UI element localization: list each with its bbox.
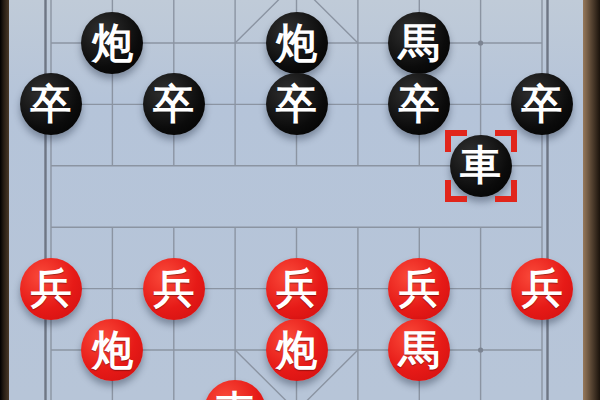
piece-red-soldier[interactable]: 兵 <box>511 258 573 320</box>
piece-black-soldier[interactable]: 卒 <box>20 73 82 135</box>
piece-black-soldier[interactable]: 卒 <box>388 73 450 135</box>
piece-black-cannon[interactable]: 炮 <box>81 12 143 74</box>
piece-black-cannon[interactable]: 炮 <box>266 12 328 74</box>
selection-corner-tr <box>495 130 517 152</box>
xiangqi-app-window: 炮炮馬卒卒卒卒卒車兵兵兵兵兵炮炮馬車 <box>0 0 600 400</box>
piece-red-soldier[interactable]: 兵 <box>143 258 205 320</box>
piece-red-soldier[interactable]: 兵 <box>388 258 450 320</box>
selection-corner-tl <box>445 130 467 152</box>
piece-red-soldier[interactable]: 兵 <box>266 258 328 320</box>
selection-marker <box>445 130 517 202</box>
piece-red-chariot[interactable]: 車 <box>204 380 266 400</box>
piece-red-cannon[interactable]: 炮 <box>81 319 143 381</box>
piece-black-chariot[interactable]: 車 <box>450 135 512 197</box>
selection-corner-bl <box>445 180 467 202</box>
piece-red-cannon[interactable]: 炮 <box>266 319 328 381</box>
piece-black-soldier[interactable]: 卒 <box>511 73 573 135</box>
piece-black-horse[interactable]: 馬 <box>388 12 450 74</box>
piece-black-soldier[interactable]: 卒 <box>266 73 328 135</box>
piece-black-soldier[interactable]: 卒 <box>143 73 205 135</box>
selection-corner-br <box>495 180 517 202</box>
piece-red-horse[interactable]: 馬 <box>388 319 450 381</box>
pieces-layer: 炮炮馬卒卒卒卒卒車兵兵兵兵兵炮炮馬車 <box>0 0 600 400</box>
piece-red-soldier[interactable]: 兵 <box>20 258 82 320</box>
